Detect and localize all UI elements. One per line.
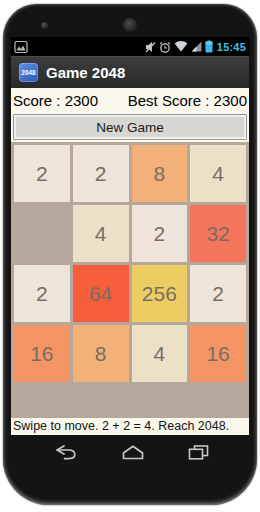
tile-2-r3c4: 2: [190, 265, 246, 322]
tile-64-r3c2: 64: [73, 265, 129, 322]
tile-32-r2c4: 32: [190, 205, 246, 262]
scoreboard: Score : 2300 Best Score : 2300: [11, 88, 249, 111]
signal-icon: [191, 41, 202, 52]
status-bar: 15:45: [11, 37, 249, 56]
tile-2-r1c2: 2: [73, 145, 129, 202]
empty-cell-r2c1: [14, 205, 70, 262]
wifi-icon: [174, 41, 188, 52]
app-icon-2048: 2048: [19, 63, 38, 82]
navigation-bar: [30, 444, 230, 460]
recents-button[interactable]: [188, 445, 209, 460]
game-board[interactable]: 228442322642562168416: [11, 142, 249, 418]
action-bar: 2048 Game 2048: [11, 56, 249, 88]
photo-notification-icon: [14, 40, 28, 54]
phone-frame: 15:45 2048 Game 2048 Score : 2300 Best S…: [3, 4, 257, 505]
back-button[interactable]: [52, 445, 78, 460]
tile-8-r4c2: 8: [73, 325, 129, 382]
status-time: 15:45: [217, 41, 246, 53]
status-icons: 15:45: [145, 40, 246, 53]
new-game-button[interactable]: New Game: [13, 114, 247, 140]
hint-text: Swipe to move. 2 + 2 = 4. Reach 2048.: [11, 418, 249, 435]
tile-4-r4c3: 4: [132, 325, 188, 382]
tile-8-r1c3: 8: [132, 145, 188, 202]
app-content: Score : 2300 Best Score : 2300 New Game …: [11, 88, 249, 435]
alarm-icon: [159, 41, 171, 53]
tile-2-r1c1: 2: [14, 145, 70, 202]
best-score-text: Best Score : 2300: [128, 91, 247, 111]
earpiece-camera: [123, 18, 137, 32]
tile-16-r4c1: 16: [14, 325, 70, 382]
mute-icon: [145, 41, 156, 53]
home-button[interactable]: [121, 445, 145, 460]
app-icon-label: 2048: [21, 69, 35, 76]
tile-2-r3c1: 2: [14, 265, 70, 322]
front-camera: [41, 22, 48, 29]
screen: 15:45 2048 Game 2048 Score : 2300 Best S…: [11, 37, 249, 435]
tile-4-r1c4: 4: [190, 145, 246, 202]
battery-icon: [205, 40, 213, 53]
tile-2-r2c3: 2: [132, 205, 188, 262]
app-title: Game 2048: [46, 64, 125, 81]
tile-4-r2c2: 4: [73, 205, 129, 262]
score-text: Score : 2300: [13, 91, 98, 111]
tile-16-r4c4: 16: [190, 325, 246, 382]
tile-256-r3c3: 256: [132, 265, 188, 322]
